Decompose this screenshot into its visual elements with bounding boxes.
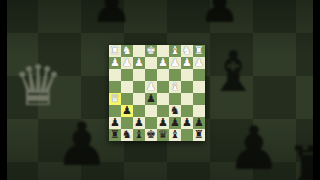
square-c4[interactable]: ♝	[169, 81, 181, 93]
black-queen-piece[interactable]: ♛	[158, 129, 168, 141]
letterbox-left	[0, 0, 7, 180]
black-rook-piece[interactable]: ♜	[194, 129, 204, 141]
square-d8[interactable]: ♛	[157, 129, 169, 141]
white-queen-piece[interactable]: ♛	[110, 93, 120, 105]
square-a2[interactable]: ♟	[193, 57, 205, 69]
black-king-piece[interactable]: ♚	[146, 129, 156, 141]
letterbox-right	[313, 0, 320, 180]
square-e2[interactable]	[145, 57, 157, 69]
square-e5[interactable]: ♟	[145, 93, 157, 105]
square-b5[interactable]	[181, 93, 193, 105]
black-pawn-piece[interactable]: ♟	[122, 105, 132, 117]
white-pawn-piece[interactable]: ♟	[194, 57, 204, 69]
square-a8[interactable]: ♜	[193, 129, 205, 141]
white-pawn-piece[interactable]: ♟	[158, 57, 168, 69]
square-g2[interactable]: ♟	[121, 57, 133, 69]
square-b2[interactable]: ♟	[181, 57, 193, 69]
square-c2[interactable]: ♟	[169, 57, 181, 69]
square-c8[interactable]: ♝	[169, 129, 181, 141]
square-f2[interactable]: ♟	[133, 57, 145, 69]
square-g6[interactable]: ♟	[121, 105, 133, 117]
square-f4[interactable]	[133, 81, 145, 93]
square-a3[interactable]	[193, 69, 205, 81]
square-h5[interactable]: ♛	[109, 93, 121, 105]
square-f5[interactable]	[133, 93, 145, 105]
square-g4[interactable]	[121, 81, 133, 93]
square-a4[interactable]	[193, 81, 205, 93]
square-a5[interactable]	[193, 93, 205, 105]
square-b8[interactable]	[181, 129, 193, 141]
white-pawn-piece[interactable]: ♟	[170, 57, 180, 69]
square-h2[interactable]: ♟	[109, 57, 121, 69]
white-pawn-piece[interactable]: ♟	[122, 57, 132, 69]
square-b4[interactable]	[181, 81, 193, 93]
square-d3[interactable]	[157, 69, 169, 81]
chess-board[interactable]: ♜♞♚♝♞♜♟♟♟♟♟♟♟♟♝♛♟♟♞♟♟♟♟♟♟♜♞♝♚♛♝♜	[109, 45, 205, 141]
square-g8[interactable]: ♞	[121, 129, 133, 141]
square-e8[interactable]: ♚	[145, 129, 157, 141]
black-pawn-piece[interactable]: ♟	[182, 117, 192, 129]
white-pawn-piece[interactable]: ♟	[134, 57, 144, 69]
square-e6[interactable]	[145, 105, 157, 117]
white-bishop-piece[interactable]: ♝	[170, 81, 180, 93]
square-f3[interactable]	[133, 69, 145, 81]
square-d2[interactable]: ♟	[157, 57, 169, 69]
square-b3[interactable]	[181, 69, 193, 81]
square-h8[interactable]: ♜	[109, 129, 121, 141]
square-g3[interactable]	[121, 69, 133, 81]
black-bishop-piece[interactable]: ♝	[170, 129, 180, 141]
black-pawn-piece[interactable]: ♟	[146, 93, 156, 105]
square-d5[interactable]	[157, 93, 169, 105]
square-b7[interactable]: ♟	[181, 117, 193, 129]
square-f8[interactable]: ♝	[133, 129, 145, 141]
square-h3[interactable]	[109, 69, 121, 81]
white-pawn-piece[interactable]: ♟	[182, 57, 192, 69]
square-d4[interactable]	[157, 81, 169, 93]
square-e1[interactable]: ♚	[145, 45, 157, 57]
black-knight-piece[interactable]: ♞	[122, 129, 132, 141]
black-rook-piece[interactable]: ♜	[110, 129, 120, 141]
white-king-piece[interactable]: ♚	[146, 45, 156, 57]
white-pawn-piece[interactable]: ♟	[110, 57, 120, 69]
black-bishop-piece[interactable]: ♝	[134, 129, 144, 141]
